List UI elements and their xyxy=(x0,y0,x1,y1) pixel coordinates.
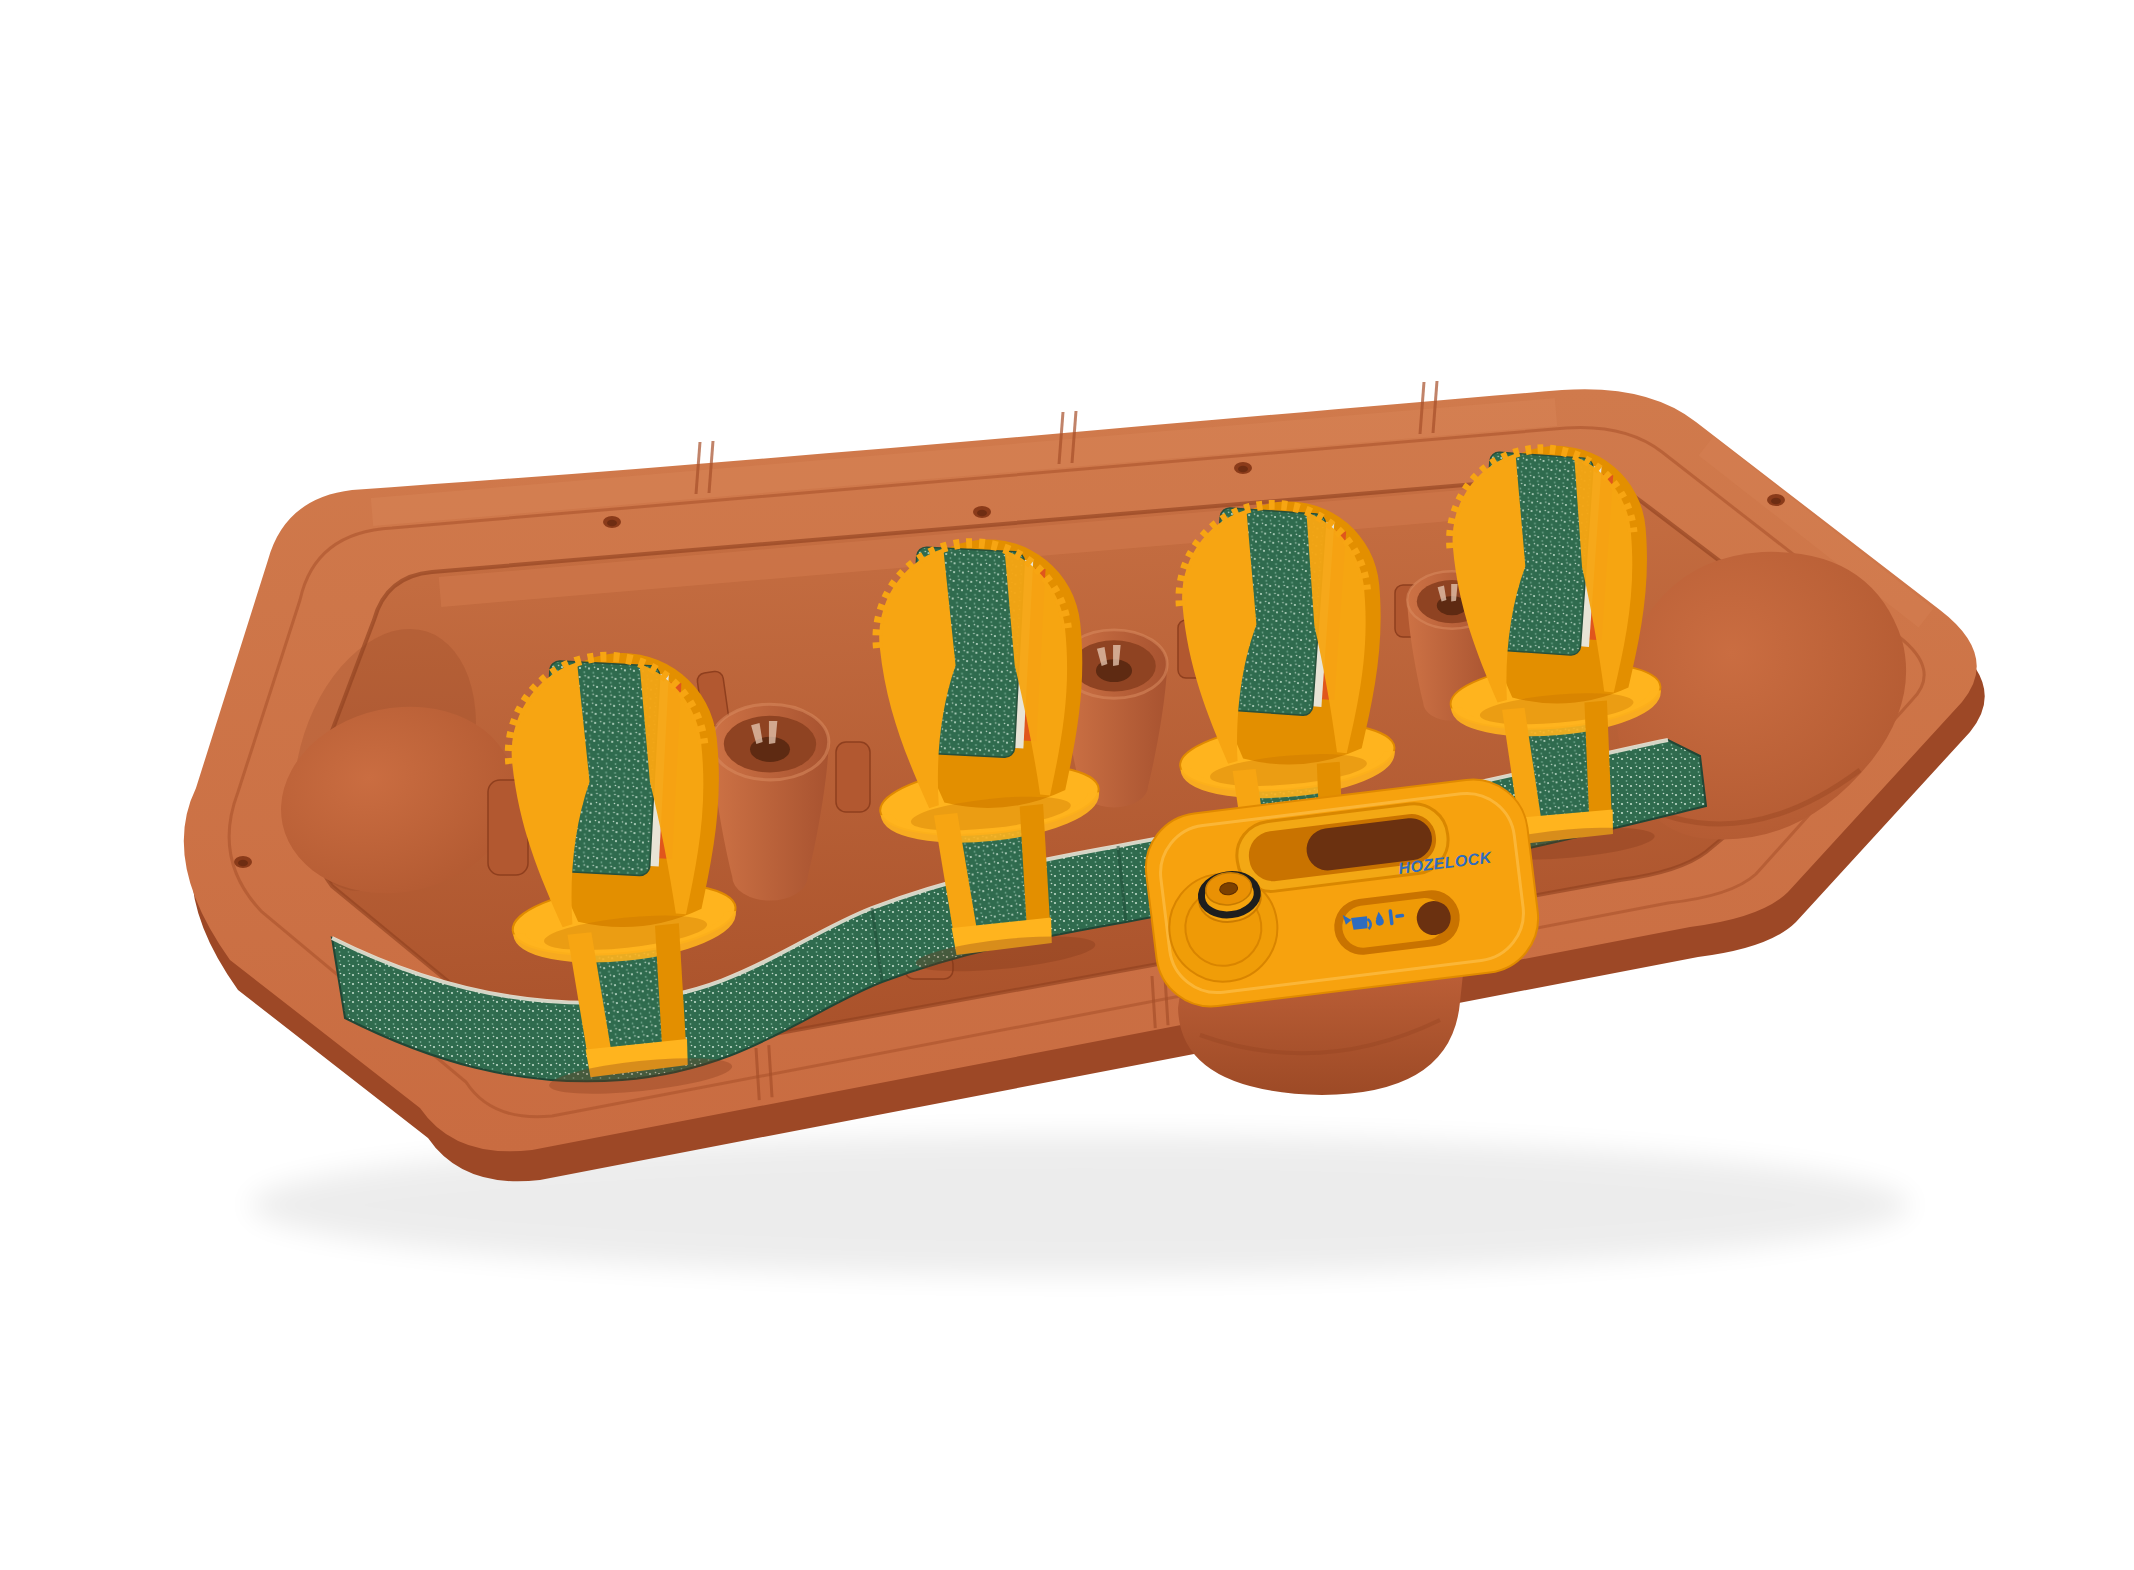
screw-hole xyxy=(603,516,621,528)
grow-bag-waterer-photo: HOZELOCK xyxy=(0,0,2134,1570)
screw-hole xyxy=(1234,462,1252,474)
screw-hole xyxy=(1767,494,1785,506)
screw-hole xyxy=(973,506,991,518)
screw-hole xyxy=(234,856,252,868)
product-photo-stage: HOZELOCK xyxy=(0,0,2134,1570)
